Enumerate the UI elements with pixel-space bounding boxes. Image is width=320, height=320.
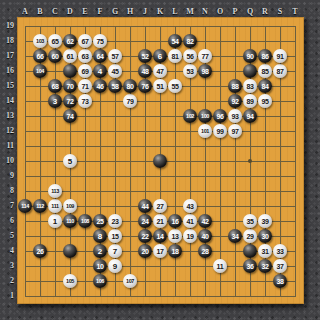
go-board[interactable]: 1234567891011131415161718192021222324252… <box>17 17 304 304</box>
row-label-4: 4 <box>1 246 14 255</box>
white-stone-N12: 101 <box>198 124 212 138</box>
black-stone-B16: 104 <box>33 64 47 78</box>
white-stone-G4: 7 <box>108 244 122 258</box>
row-label-9: 9 <box>1 171 14 180</box>
black-stone-P5: 34 <box>228 229 242 243</box>
white-stone-R14: 95 <box>258 94 272 108</box>
white-stone-R6: 39 <box>258 214 272 228</box>
black-stone-D15: 70 <box>63 79 77 93</box>
black-stone-F2: 106 <box>93 274 107 288</box>
row-label-10: 10 <box>1 156 14 165</box>
white-stone-B18: 103 <box>33 34 47 48</box>
white-stone-K15: 51 <box>153 79 167 93</box>
black-stone-Q4 <box>243 244 257 258</box>
black-stone-C15: 68 <box>48 79 62 93</box>
black-stone-K10 <box>153 154 167 168</box>
black-stone-R5: 30 <box>258 229 272 243</box>
column-label-C: C <box>48 7 62 16</box>
black-stone-J4: 20 <box>138 244 152 258</box>
black-stone-C14: 3 <box>48 94 62 108</box>
white-stone-M16: 53 <box>183 64 197 78</box>
black-stone-K5: 14 <box>153 229 167 243</box>
grid-line-horizontal <box>25 296 296 297</box>
column-label-A: A <box>18 7 32 16</box>
black-stone-J16: 48 <box>138 64 152 78</box>
black-stone-B4: 26 <box>33 244 47 258</box>
white-stone-Q14: 89 <box>243 94 257 108</box>
black-stone-F15: 46 <box>93 79 107 93</box>
white-stone-E16: 69 <box>78 64 92 78</box>
white-stone-O3: 11 <box>213 259 227 273</box>
row-label-3: 3 <box>1 261 14 270</box>
white-stone-E17: 63 <box>78 49 92 63</box>
column-label-J: J <box>138 7 152 16</box>
white-stone-O12: 99 <box>213 124 227 138</box>
black-stone-F5: 8 <box>93 229 107 243</box>
column-label-R: R <box>258 7 272 16</box>
row-label-7: 7 <box>1 201 14 210</box>
black-stone-G15: 58 <box>108 79 122 93</box>
column-label-T: T <box>288 7 302 16</box>
white-stone-C6: 1 <box>48 214 62 228</box>
row-label-18: 18 <box>1 36 14 45</box>
black-stone-N16: 98 <box>198 64 212 78</box>
black-stone-R17: 86 <box>258 49 272 63</box>
row-label-1: 1 <box>1 291 14 300</box>
black-stone-J7: 44 <box>138 199 152 213</box>
black-stone-L18: 54 <box>168 34 182 48</box>
white-stone-Q15: 83 <box>243 79 257 93</box>
row-label-14: 14 <box>1 96 14 105</box>
white-stone-E18: 67 <box>78 34 92 48</box>
white-stone-D2: 105 <box>63 274 77 288</box>
white-stone-K16: 47 <box>153 64 167 78</box>
column-label-H: H <box>123 7 137 16</box>
black-stone-A7: 114 <box>18 199 32 213</box>
black-stone-Q13: 94 <box>243 109 257 123</box>
white-stone-E15: 71 <box>78 79 92 93</box>
row-label-6: 6 <box>1 216 14 225</box>
white-stone-S4: 33 <box>273 244 287 258</box>
white-stone-D7: 109 <box>63 199 77 213</box>
white-stone-F18: 75 <box>93 34 107 48</box>
white-stone-M7: 43 <box>183 199 197 213</box>
white-stone-S17: 91 <box>273 49 287 63</box>
black-stone-H15: 80 <box>123 79 137 93</box>
black-stone-J5: 22 <box>138 229 152 243</box>
row-label-13: 13 <box>1 111 14 120</box>
black-stone-B17: 66 <box>33 49 47 63</box>
white-stone-S16: 87 <box>273 64 287 78</box>
black-stone-J6: 24 <box>138 214 152 228</box>
black-stone-D6: 110 <box>63 214 77 228</box>
black-stone-F3: 10 <box>93 259 107 273</box>
white-stone-C18: 65 <box>48 34 62 48</box>
star-point <box>248 159 252 163</box>
black-stone-F16: 4 <box>93 64 107 78</box>
white-stone-S3: 37 <box>273 259 287 273</box>
black-stone-D18: 62 <box>63 34 77 48</box>
grid-line-horizontal <box>25 191 296 192</box>
white-stone-H2: 107 <box>123 274 137 288</box>
column-label-O: O <box>213 7 227 16</box>
column-label-D: D <box>63 7 77 16</box>
black-stone-M18: 82 <box>183 34 197 48</box>
black-stone-L6: 16 <box>168 214 182 228</box>
black-stone-F4: 2 <box>93 244 107 258</box>
row-label-16: 16 <box>1 66 14 75</box>
white-stone-M17: 56 <box>183 49 197 63</box>
white-stone-N17: 77 <box>198 49 212 63</box>
white-stone-G17: 57 <box>108 49 122 63</box>
grid-line-vertical <box>235 26 236 297</box>
row-label-17: 17 <box>1 51 14 60</box>
row-label-19: 19 <box>1 21 14 30</box>
column-label-L: L <box>168 7 182 16</box>
go-kifu-screenshot: { "game": "go", "board": { "size": 19, "… <box>0 0 320 320</box>
black-stone-M13: 102 <box>183 109 197 123</box>
white-stone-D17: 61 <box>63 49 77 63</box>
white-stone-L15: 55 <box>168 79 182 93</box>
white-stone-Q6: 35 <box>243 214 257 228</box>
row-label-5: 5 <box>1 231 14 240</box>
white-stone-E14: 73 <box>78 94 92 108</box>
white-stone-H14: 79 <box>123 94 137 108</box>
column-label-K: K <box>153 7 167 16</box>
white-stone-K6: 21 <box>153 214 167 228</box>
black-stone-D4 <box>63 244 77 258</box>
white-stone-Q5: 29 <box>243 229 257 243</box>
row-label-11: 11 <box>1 141 14 150</box>
white-stone-M6: 41 <box>183 214 197 228</box>
black-stone-L4: 18 <box>168 244 182 258</box>
white-stone-G6: 23 <box>108 214 122 228</box>
white-stone-G5: 15 <box>108 229 122 243</box>
column-label-P: P <box>228 7 242 16</box>
white-stone-P12: 97 <box>228 124 242 138</box>
column-label-Q: Q <box>243 7 257 16</box>
black-stone-R15: 84 <box>258 79 272 93</box>
black-stone-F17: 64 <box>93 49 107 63</box>
black-stone-D13: 74 <box>63 109 77 123</box>
white-stone-L17: 81 <box>168 49 182 63</box>
black-stone-Q16 <box>243 64 257 78</box>
black-stone-P15: 88 <box>228 79 242 93</box>
row-label-2: 2 <box>1 276 14 285</box>
black-stone-F6: 25 <box>93 214 107 228</box>
black-stone-O13: 96 <box>213 109 227 123</box>
white-stone-C8: 113 <box>48 184 62 198</box>
column-label-N: N <box>198 7 212 16</box>
black-stone-E6: 108 <box>78 214 92 228</box>
white-stone-K4: 17 <box>153 244 167 258</box>
black-stone-J15: 76 <box>138 79 152 93</box>
column-label-F: F <box>93 7 107 16</box>
black-stone-N13: 100 <box>198 109 212 123</box>
black-stone-R3: 32 <box>258 259 272 273</box>
column-label-E: E <box>78 7 92 16</box>
column-label-G: G <box>108 7 122 16</box>
black-stone-N6: 42 <box>198 214 212 228</box>
white-stone-C7: 111 <box>48 199 62 213</box>
grid-line-vertical <box>295 26 296 297</box>
black-stone-N5: 40 <box>198 229 212 243</box>
white-stone-G16: 45 <box>108 64 122 78</box>
grid-line-horizontal <box>25 176 296 177</box>
column-label-B: B <box>33 7 47 16</box>
white-stone-L5: 13 <box>168 229 182 243</box>
row-label-8: 8 <box>1 186 14 195</box>
white-stone-P13: 93 <box>228 109 242 123</box>
black-stone-D16 <box>63 64 77 78</box>
black-stone-S2: 38 <box>273 274 287 288</box>
white-stone-D10: 5 <box>63 154 77 168</box>
column-label-S: S <box>273 7 287 16</box>
black-stone-D14: 72 <box>63 94 77 108</box>
black-stone-Q3: 36 <box>243 259 257 273</box>
white-stone-G3: 9 <box>108 259 122 273</box>
white-stone-R4: 31 <box>258 244 272 258</box>
grid-line-vertical <box>220 26 221 297</box>
black-stone-J17: 52 <box>138 49 152 63</box>
row-label-15: 15 <box>1 81 14 90</box>
black-stone-K17: 6 <box>153 49 167 63</box>
white-stone-R16: 85 <box>258 64 272 78</box>
black-stone-N4: 28 <box>198 244 212 258</box>
column-label-M: M <box>183 7 197 16</box>
black-stone-C17: 60 <box>48 49 62 63</box>
black-stone-B7: 112 <box>33 199 47 213</box>
black-stone-Q17: 90 <box>243 49 257 63</box>
black-stone-P14: 92 <box>228 94 242 108</box>
row-label-12: 12 <box>1 126 14 135</box>
white-stone-M5: 19 <box>183 229 197 243</box>
white-stone-K7: 27 <box>153 199 167 213</box>
